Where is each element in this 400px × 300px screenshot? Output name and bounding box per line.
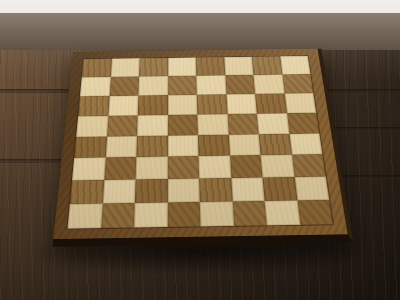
board-square [109,76,139,95]
board-square [225,75,255,94]
board-square [67,204,102,229]
board-square [70,180,104,204]
board-square [255,93,286,113]
board-square [105,136,137,158]
board-square [287,113,320,134]
board-square [135,179,168,203]
board-square [137,115,167,136]
board-square [259,134,292,156]
board-square [199,178,232,202]
board-square [138,95,168,115]
plank-seam [325,127,400,131]
board-square [289,133,322,155]
board-square [228,134,260,156]
board-square [265,201,300,226]
board-square [198,134,230,156]
board-square [257,113,289,134]
board-square [231,178,265,202]
board-square [252,56,282,75]
board-square [197,114,228,135]
board-square [200,202,234,227]
board-square [294,177,329,201]
board-square [224,57,254,76]
board-grid [67,56,333,229]
board-square [107,115,138,136]
board-square [197,94,227,114]
board-square [263,177,297,201]
board-square [72,158,105,181]
board-square [108,95,138,115]
board-square [226,94,257,114]
board-square [168,76,197,95]
board-square [284,93,316,113]
board-square [282,74,313,93]
board-square [196,57,225,76]
board-square [110,58,139,77]
board-square [261,155,295,178]
board-square [134,203,167,228]
board-square [253,74,284,93]
board-square [230,155,263,178]
board-square [232,201,267,226]
board-square [138,76,167,95]
board-square [280,56,311,75]
board-square [167,135,198,157]
board-square [167,202,200,227]
board-square [102,180,135,204]
board-square [227,113,259,134]
board-square [292,154,326,177]
chessboard [52,49,353,247]
board-square [168,57,197,76]
board-square [104,157,137,180]
board-square [167,156,199,179]
board-square [297,200,333,225]
scene [0,0,400,300]
board-square [136,157,168,180]
board-square [74,136,107,158]
board-square [136,135,167,157]
table-back-edge [0,13,400,52]
board-square [80,77,110,96]
board-square [139,58,168,77]
board-square [167,179,199,203]
board-square [196,75,226,94]
background-wall [0,0,400,13]
board-square [76,116,108,137]
board-square [101,203,135,228]
board-square [82,59,112,78]
board-square [168,114,198,135]
board-square [78,96,109,116]
board-square [168,95,198,115]
board-square [199,156,231,179]
plank-seam [335,175,400,179]
